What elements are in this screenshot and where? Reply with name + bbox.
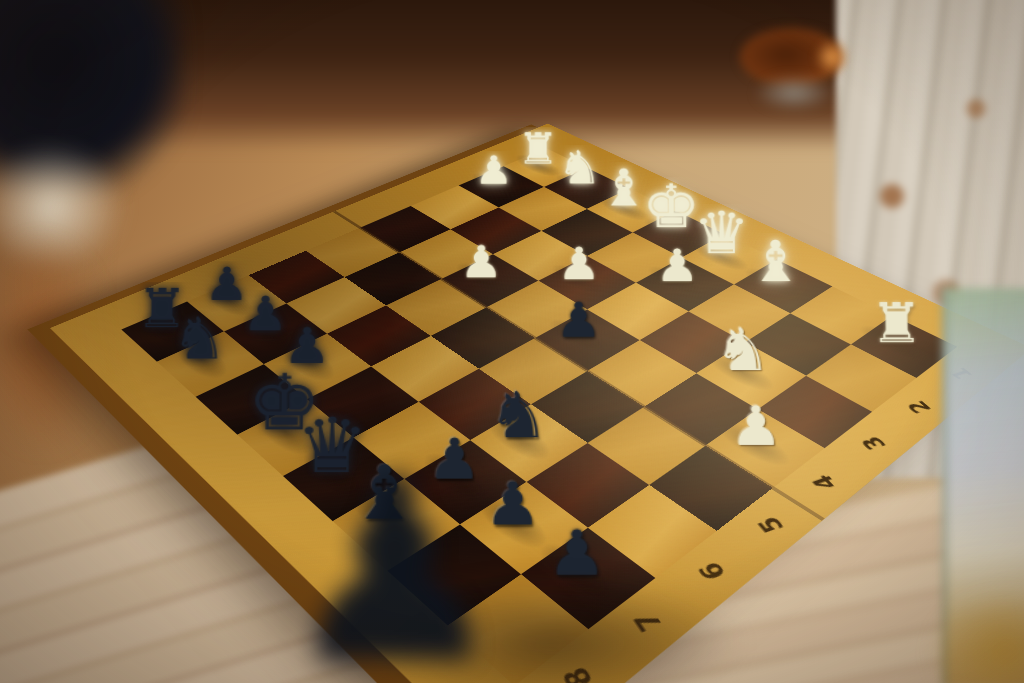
pawn-glyph: ♟ (528, 296, 630, 344)
amber-drink (740, 28, 842, 86)
background-sleeve-shadow (0, 0, 184, 194)
chessboard: ♜♞♝♚♛♝♜♟♟♟♞♟♟♟♞♟♟♟♟♟♟♜♞♚♛♝ 12345678 (50, 124, 1024, 683)
pawn-glyph: ♟ (434, 240, 528, 285)
pawn-glyph: ♟ (531, 241, 626, 286)
rook-glyph: ♜ (845, 296, 948, 351)
bishop-glyph: ♝ (322, 456, 446, 531)
drink-glass (722, 0, 862, 125)
table-napkin-patch (0, 142, 126, 272)
board-plane: ♜♞♝♚♛♝♜♟♟♟♞♟♟♟♞♟♟♟♟♟♟♜♞♚♛♝ 12345678 (50, 124, 1024, 683)
chess-photo: ♜♞♝♚♛♝♜♟♟♟♞♟♟♟♞♟♟♟♟♟♟♜♞♚♛♝ 12345678 ♟ (0, 0, 1024, 683)
pawn-glyph: ♟ (630, 243, 725, 288)
drink-glass-base (756, 76, 832, 110)
pawn-glyph: ♟ (511, 522, 642, 585)
bokeh-highlight (814, 40, 850, 74)
knight-glyph: ♞ (689, 321, 795, 380)
knight-glyph: ♞ (146, 310, 251, 368)
tall-glass-glow (930, 592, 1024, 683)
pawn-glyph: ♟ (452, 151, 535, 190)
pawn-glyph: ♟ (698, 399, 813, 454)
bishop-glyph: ♝ (728, 233, 824, 290)
